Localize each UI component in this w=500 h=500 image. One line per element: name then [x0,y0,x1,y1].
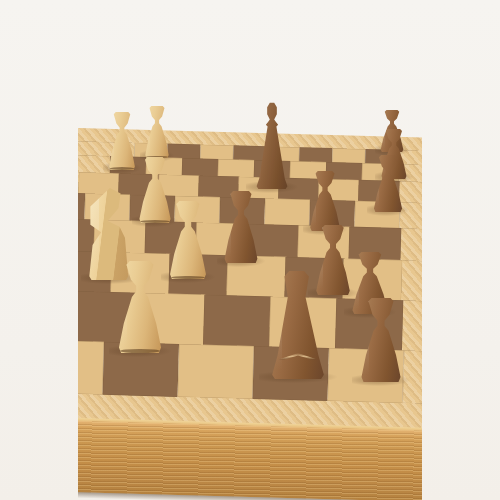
square-c7[interactable] [182,158,219,177]
bishop-notch [279,353,317,359]
white-pawn[interactable] [142,106,172,158]
wood-sheen [169,203,177,273]
black-pawn[interactable] [370,155,406,212]
white-pawn[interactable] [113,261,167,353]
wood-sheen [89,190,99,273]
black-pawn-shape [356,298,406,382]
wood-sheen [138,158,145,217]
base-ring [120,349,160,353]
square-f5[interactable] [264,198,310,226]
square-f2[interactable] [203,295,271,348]
product-photo [0,0,500,500]
white-pawn[interactable] [165,201,211,279]
white-pawn[interactable] [106,112,139,170]
square-d1[interactable] [78,340,104,395]
black-bishop-shape [264,271,332,379]
base-ring [110,167,134,170]
wood-sheen [117,263,127,346]
wood-sheen [309,172,316,226]
wood-sheen [144,107,149,154]
board-right-border [400,228,422,264]
black-pawn-shape [220,191,262,263]
wood-sheen [360,300,369,376]
wood-sheen [108,113,114,165]
white-pawn-shape [106,112,139,170]
black-pawn-shape [370,155,406,212]
white-pawn-shape [142,106,172,158]
black-pawn-shape [306,171,344,231]
black-bishop[interactable] [264,271,332,379]
white-pawn-shape [113,261,167,353]
black-pawn[interactable] [306,171,344,231]
black-pawn[interactable] [220,191,262,263]
wood-sheen [373,156,379,207]
base-ring [171,276,205,280]
wood-sheen [223,192,231,257]
black-queen[interactable] [250,101,294,189]
black-pawn[interactable] [356,298,406,382]
black-queen-shape [250,101,294,189]
wood-sheen [269,273,281,370]
photo-crop [78,0,422,500]
white-pawn-shape [165,201,211,279]
wood-sheen [254,103,262,182]
square-f1[interactable] [177,344,254,399]
